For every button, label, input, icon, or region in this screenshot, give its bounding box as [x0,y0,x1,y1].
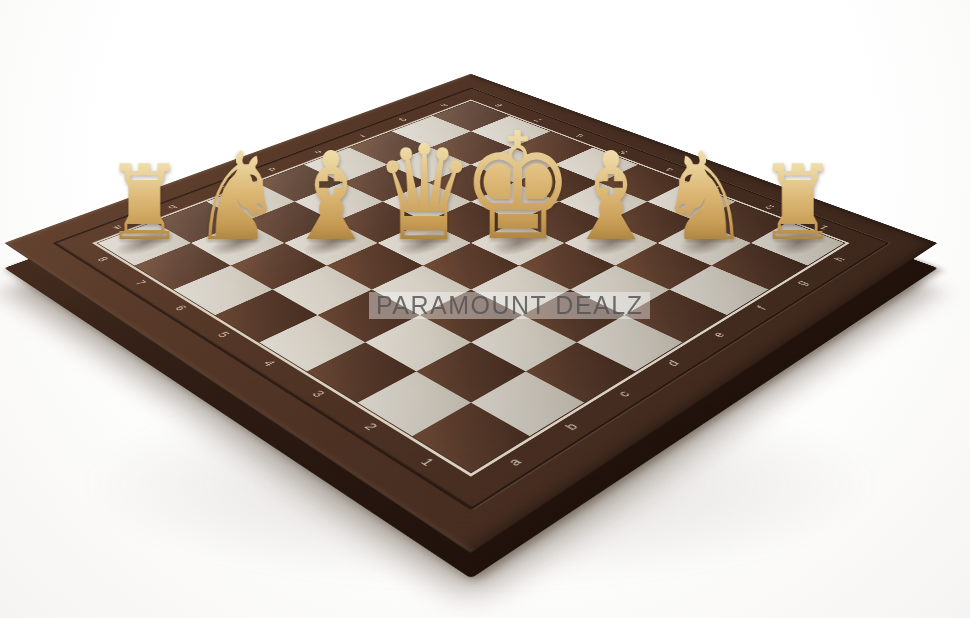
watermark-text: PARAMOUNT DEALZ [369,292,650,319]
photo-background: 1122334455667788aabbccddeeffgghh ♜♞♝♛♚♝♞… [0,0,970,618]
piece-white-bishop-c6[interactable]: ♝ [267,83,395,243]
